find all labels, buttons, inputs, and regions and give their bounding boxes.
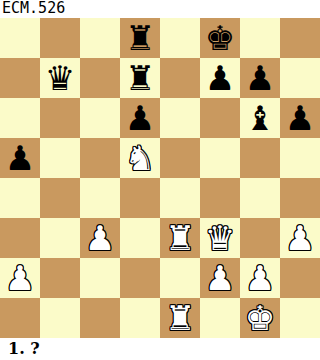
square-e5[interactable] <box>160 138 200 178</box>
piece-black-rook: ♜ <box>125 58 155 98</box>
square-f8[interactable]: ♚ <box>200 18 240 58</box>
square-c8[interactable] <box>80 18 120 58</box>
square-d4[interactable] <box>120 178 160 218</box>
square-g2[interactable]: ♟ <box>240 258 280 298</box>
square-h7[interactable] <box>280 58 320 98</box>
square-a5[interactable]: ♟ <box>0 138 40 178</box>
square-c4[interactable] <box>80 178 120 218</box>
square-b1[interactable] <box>40 298 80 338</box>
piece-white-pawn: ♟ <box>5 258 35 298</box>
square-d7[interactable]: ♜ <box>120 58 160 98</box>
move-prompt: 1. ? <box>0 338 320 360</box>
square-f3[interactable]: ♛ <box>200 218 240 258</box>
square-e2[interactable] <box>160 258 200 298</box>
square-d2[interactable] <box>120 258 160 298</box>
square-b4[interactable] <box>40 178 80 218</box>
piece-white-pawn: ♟ <box>205 258 235 298</box>
piece-black-pawn: ♟ <box>285 98 315 138</box>
square-c7[interactable] <box>80 58 120 98</box>
square-b7[interactable]: ♛ <box>40 58 80 98</box>
square-d1[interactable] <box>120 298 160 338</box>
piece-black-pawn: ♟ <box>125 98 155 138</box>
square-e1[interactable]: ♜ <box>160 298 200 338</box>
square-b3[interactable] <box>40 218 80 258</box>
piece-black-bishop: ♝ <box>245 98 275 138</box>
square-f1[interactable] <box>200 298 240 338</box>
piece-white-pawn: ♟ <box>85 218 115 258</box>
square-e4[interactable] <box>160 178 200 218</box>
square-h2[interactable] <box>280 258 320 298</box>
square-f2[interactable]: ♟ <box>200 258 240 298</box>
square-g3[interactable] <box>240 218 280 258</box>
square-c6[interactable] <box>80 98 120 138</box>
square-h5[interactable] <box>280 138 320 178</box>
square-c1[interactable] <box>80 298 120 338</box>
square-a3[interactable] <box>0 218 40 258</box>
square-h6[interactable]: ♟ <box>280 98 320 138</box>
piece-black-pawn: ♟ <box>205 58 235 98</box>
square-g6[interactable]: ♝ <box>240 98 280 138</box>
square-d5[interactable]: ♞ <box>120 138 160 178</box>
piece-white-queen: ♛ <box>205 218 235 258</box>
square-a2[interactable]: ♟ <box>0 258 40 298</box>
piece-white-rook: ♜ <box>165 298 195 338</box>
chess-board: ♜♚♛♜♟♟♟♝♟♟♞♟♜♛♟♟♟♟♜♚ <box>0 18 320 338</box>
square-g5[interactable] <box>240 138 280 178</box>
square-f6[interactable] <box>200 98 240 138</box>
piece-white-pawn: ♟ <box>285 218 315 258</box>
piece-white-rook: ♜ <box>165 218 195 258</box>
square-a1[interactable] <box>0 298 40 338</box>
square-e8[interactable] <box>160 18 200 58</box>
square-g1[interactable]: ♚ <box>240 298 280 338</box>
square-a8[interactable] <box>0 18 40 58</box>
square-d6[interactable]: ♟ <box>120 98 160 138</box>
square-g7[interactable]: ♟ <box>240 58 280 98</box>
square-h1[interactable] <box>280 298 320 338</box>
piece-white-pawn: ♟ <box>245 258 275 298</box>
piece-black-king: ♚ <box>205 18 235 58</box>
piece-black-pawn: ♟ <box>245 58 275 98</box>
square-a6[interactable] <box>0 98 40 138</box>
chess-app-window: ECM.526 ♜♚♛♜♟♟♟♝♟♟♞♟♜♛♟♟♟♟♜♚ 1. ? <box>0 0 320 360</box>
square-f4[interactable] <box>200 178 240 218</box>
piece-white-king: ♚ <box>245 298 275 338</box>
square-e6[interactable] <box>160 98 200 138</box>
square-b6[interactable] <box>40 98 80 138</box>
square-g4[interactable] <box>240 178 280 218</box>
square-a7[interactable] <box>0 58 40 98</box>
square-a4[interactable] <box>0 178 40 218</box>
piece-black-queen: ♛ <box>45 58 75 98</box>
piece-black-rook: ♜ <box>125 18 155 58</box>
square-e3[interactable]: ♜ <box>160 218 200 258</box>
square-b5[interactable] <box>40 138 80 178</box>
square-b2[interactable] <box>40 258 80 298</box>
square-g8[interactable] <box>240 18 280 58</box>
square-d3[interactable] <box>120 218 160 258</box>
square-d8[interactable]: ♜ <box>120 18 160 58</box>
page-title: ECM.526 <box>0 0 320 18</box>
square-b8[interactable] <box>40 18 80 58</box>
square-e7[interactable] <box>160 58 200 98</box>
square-c3[interactable]: ♟ <box>80 218 120 258</box>
square-f5[interactable] <box>200 138 240 178</box>
piece-black-pawn: ♟ <box>5 138 35 178</box>
square-c5[interactable] <box>80 138 120 178</box>
square-h3[interactable]: ♟ <box>280 218 320 258</box>
square-h8[interactable] <box>280 18 320 58</box>
piece-white-knight: ♞ <box>125 138 155 178</box>
square-h4[interactable] <box>280 178 320 218</box>
square-f7[interactable]: ♟ <box>200 58 240 98</box>
square-c2[interactable] <box>80 258 120 298</box>
